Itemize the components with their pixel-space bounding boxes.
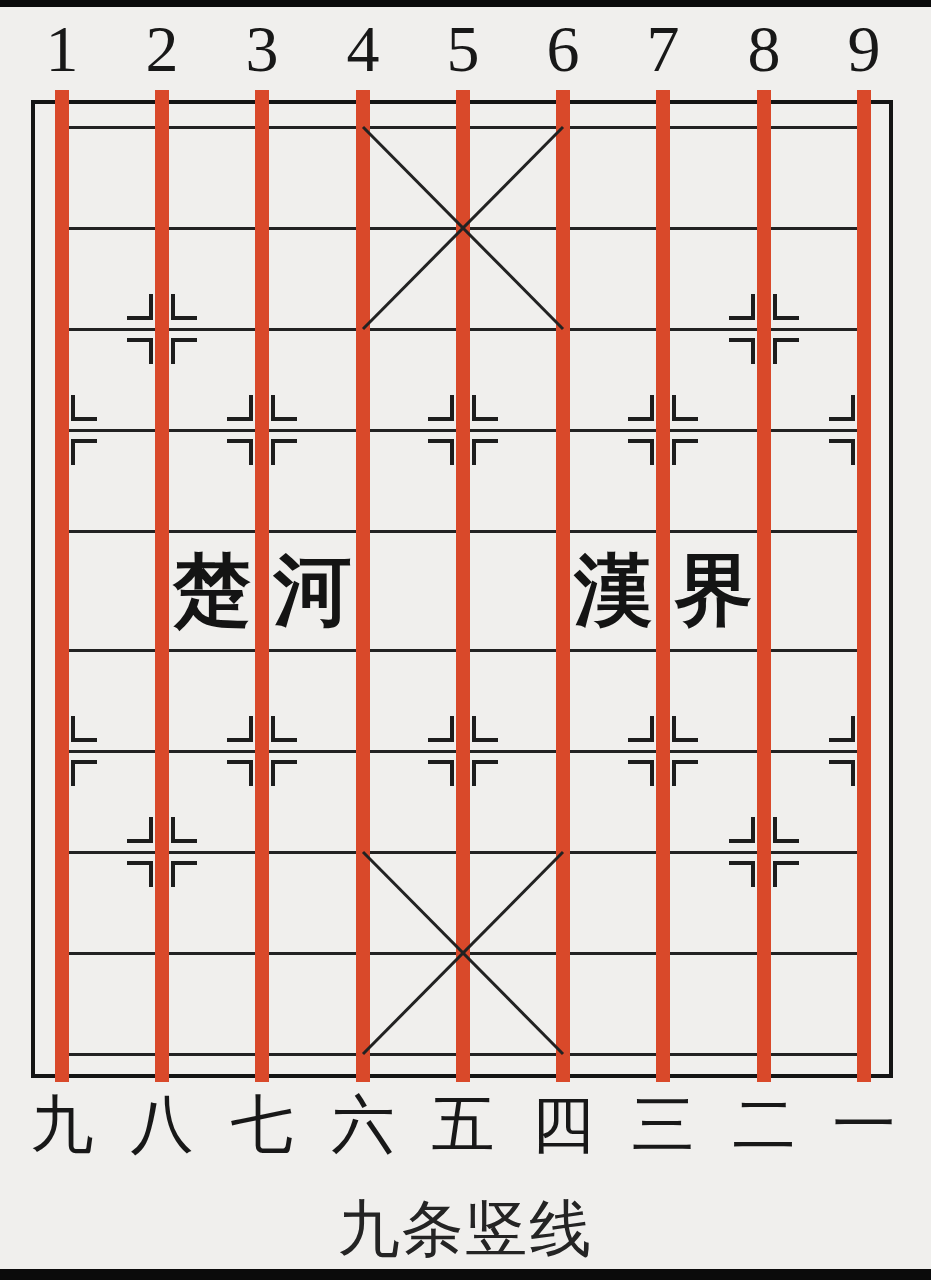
caption: 九条竖线 [0,1196,931,1262]
bottom-file-label-1: 九 [31,1092,94,1158]
position-marker-corner [472,716,498,742]
position-marker-corner [271,395,297,421]
top-file-label-3: 3 [246,16,279,82]
position-marker-corner [729,861,755,887]
bottom-file-label-6: 四 [532,1092,595,1158]
position-marker-corner [773,817,799,843]
position-marker-corner [773,338,799,364]
position-marker-corner [227,439,253,465]
top-file-label-8: 8 [748,16,781,82]
position-marker-corner [71,716,97,742]
top-file-label-1: 1 [46,16,79,82]
position-marker-corner [672,716,698,742]
top-file-label-2: 2 [146,16,179,82]
bottom-file-label-9: 一 [833,1092,896,1158]
top-file-label-9: 9 [848,16,881,82]
position-marker-corner [829,716,855,742]
position-marker-corner [428,760,454,786]
position-marker-corner [628,760,654,786]
position-marker-corner [428,439,454,465]
position-marker-corner [829,439,855,465]
bottom-file-label-7: 三 [632,1092,695,1158]
position-marker-corner [829,395,855,421]
bottom-file-label-2: 八 [131,1092,194,1158]
river-char: 河 [274,552,352,630]
position-marker-corner [472,439,498,465]
bottom-file-label-3: 七 [231,1092,294,1158]
position-marker-corner [271,760,297,786]
palace-diagonals-svg [0,0,931,1280]
position-marker-corner [628,716,654,742]
position-marker-corner [171,294,197,320]
top-file-label-7: 7 [647,16,680,82]
position-marker-corner [227,760,253,786]
position-marker-corner [773,294,799,320]
top-file-label-6: 6 [547,16,580,82]
position-marker-corner [672,439,698,465]
position-marker-corner [271,439,297,465]
position-marker-corner [71,395,97,421]
position-marker-corner [71,439,97,465]
position-marker-corner [773,861,799,887]
top-file-label-5: 5 [447,16,480,82]
position-marker-corner [672,395,698,421]
river-char: 界 [675,552,753,630]
position-marker-corner [227,716,253,742]
position-marker-corner [729,338,755,364]
position-marker-corner [829,760,855,786]
position-marker-corner [729,294,755,320]
position-marker-corner [672,760,698,786]
position-marker-corner [127,338,153,364]
position-marker-corner [127,861,153,887]
position-marker-corner [171,338,197,364]
position-marker-corner [428,395,454,421]
bottom-file-label-5: 五 [432,1092,495,1158]
bottom-file-label-8: 二 [733,1092,796,1158]
river-char: 漢 [574,552,652,630]
position-marker-corner [729,817,755,843]
position-marker-corner [428,716,454,742]
position-marker-corner [227,395,253,421]
position-marker-corner [127,294,153,320]
position-marker-corner [171,817,197,843]
xiangqi-diagram: 123456789九八七六五四三二一 楚河漢界 九条竖线 [0,0,931,1280]
position-marker-corner [271,716,297,742]
position-marker-corner [472,760,498,786]
position-marker-corner [71,760,97,786]
top-file-label-4: 4 [347,16,380,82]
position-marker-corner [127,817,153,843]
position-marker-corner [171,861,197,887]
position-marker-corner [628,439,654,465]
position-marker-corner [628,395,654,421]
bottom-black-strip [0,1269,931,1280]
position-marker-corner [472,395,498,421]
bottom-file-label-4: 六 [332,1092,395,1158]
river-char: 楚 [173,552,251,630]
